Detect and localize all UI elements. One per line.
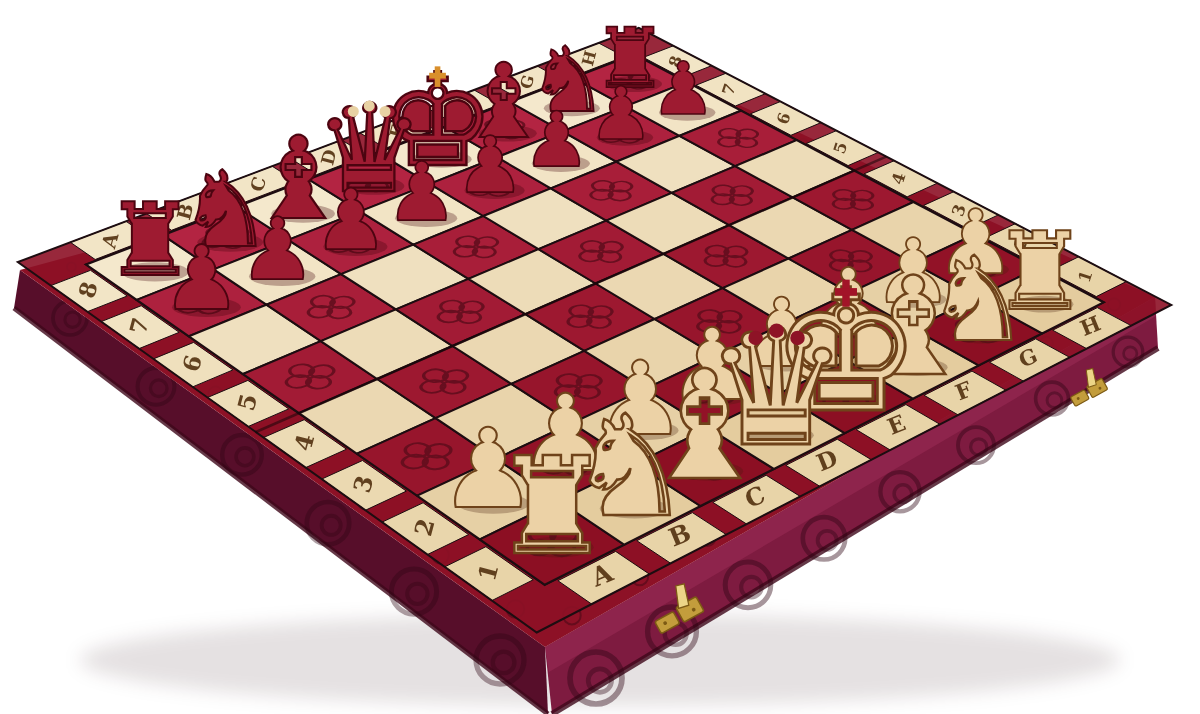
piece-red-pawn-e7[interactable]: ♟ xyxy=(455,120,525,210)
piece-red-pawn-h7[interactable]: ♟ xyxy=(650,46,715,131)
piece-white-rook-a1[interactable]: ♜ xyxy=(492,429,612,585)
queen-crown-ball xyxy=(790,331,805,346)
queen-crown-ball xyxy=(769,323,784,338)
piece-red-pawn-f7[interactable]: ♟ xyxy=(523,95,591,184)
chess-set-photo: ABCDEFGHABCDEFGH1234567812345678♜♞♟♝♟♚♟♛… xyxy=(0,0,1200,714)
piece-red-pawn-c7[interactable]: ♟ xyxy=(313,171,388,269)
piece-red-pawn-d7[interactable]: ♟ xyxy=(385,145,458,239)
piece-red-pawn-a7[interactable]: ♟ xyxy=(162,226,242,330)
piece-red-pawn-g7[interactable]: ♟ xyxy=(588,71,653,156)
queen-crown-ball xyxy=(380,106,391,117)
king-cross-accent xyxy=(429,73,446,79)
piece-red-pawn-b7[interactable]: ♟ xyxy=(239,199,316,299)
photo-canvas: ABCDEFGHABCDEFGH1234567812345678♜♞♟♝♟♚♟♛… xyxy=(0,0,1200,714)
queen-crown-ball xyxy=(364,100,375,111)
